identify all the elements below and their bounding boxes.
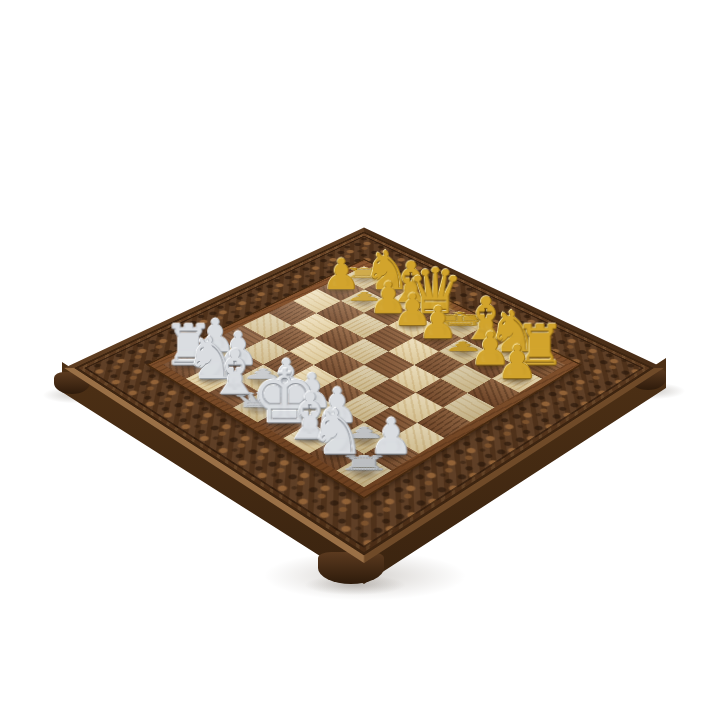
checkerboard: ♜♜♞♞♝♝♛♛♚♚♝♝♞♞♜♜♟♟♟♟♟♟♟♟♟♟♟♟♟♟♟♟♟♟♟♟♟♟♟♟… xyxy=(163,266,565,487)
square-h1[interactable]: ♜♜ xyxy=(336,454,392,487)
foot-shadow-front xyxy=(300,574,410,596)
product-photo-stage: ♜♜♞♞♝♝♛♛♚♚♝♝♞♞♜♜♟♟♟♟♟♟♟♟♟♟♟♟♟♟♟♟♟♟♟♟♟♟♟♟… xyxy=(0,0,720,720)
square-c5[interactable] xyxy=(315,325,364,351)
playing-panel: ♜♜♞♞♝♝♛♛♚♚♝♝♞♞♜♜♟♟♟♟♟♟♟♟♟♟♟♟♟♟♟♟♟♟♟♟♟♟♟♟… xyxy=(149,260,580,497)
foot-front xyxy=(318,552,384,584)
piece-reflection: ♟ xyxy=(471,365,562,391)
chessboard[interactable]: ♜♜♞♞♝♝♛♛♚♚♝♝♞♞♜♜♟♟♟♟♟♟♟♟♟♟♟♟♟♟♟♟♟♟♟♟♟♟♟♟… xyxy=(64,228,664,563)
